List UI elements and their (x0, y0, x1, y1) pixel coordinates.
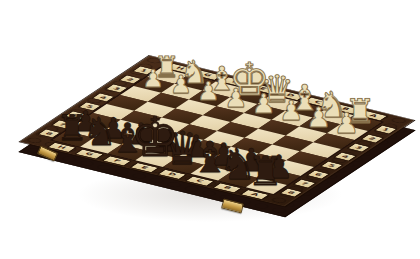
chess-set-photo: HHGGFFEEDDCCBBAA1122334455667788 ♜♞♝♛♚♝♞… (0, 0, 420, 259)
